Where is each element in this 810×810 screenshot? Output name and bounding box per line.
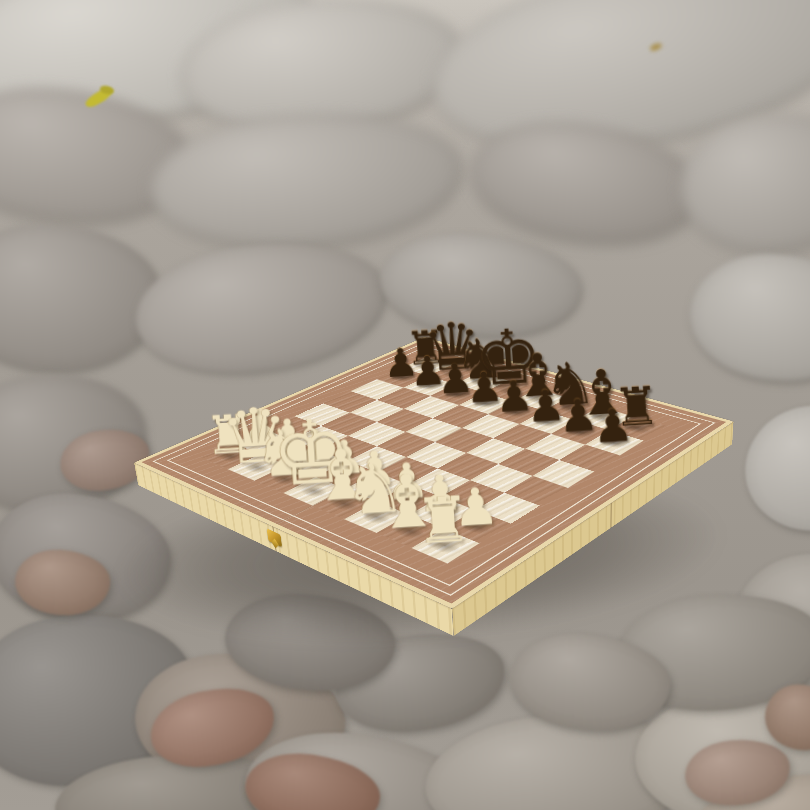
square-g6[interactable] [525,434,584,460]
pavement-scene: ♜♛♞♚♝♞♝♜♟♟♟♟♟♟♟♟♟♟♟♟♟♟♟♟♜♛♞♚♝♞♝♜ [0,0,810,810]
paving-stone [128,230,391,385]
paving-stone [737,395,810,540]
fold-seam-right [610,503,611,529]
brass-clasp [267,528,282,547]
paving-stone [685,247,810,387]
black-pawn-h7[interactable]: ♟ [591,402,634,449]
paving-stone [146,104,464,255]
paving-stone [0,220,164,376]
square-d5[interactable] [405,418,462,442]
white-rook-h1[interactable]: ♜ [414,488,474,554]
